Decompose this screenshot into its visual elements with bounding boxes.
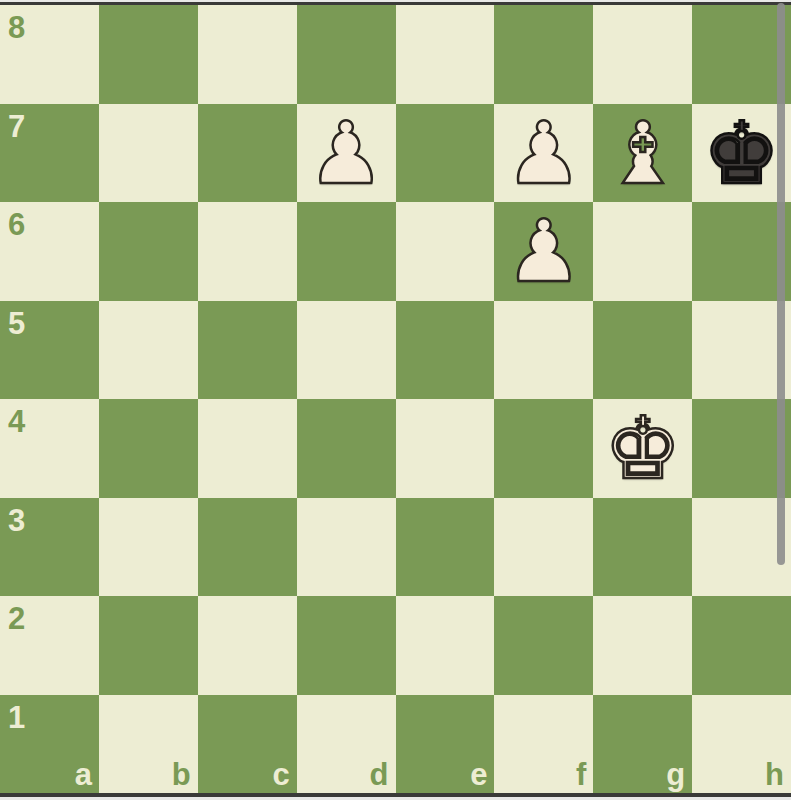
square-g3[interactable] bbox=[593, 498, 692, 597]
piece-white-bishop-g7[interactable]: ♝ bbox=[593, 104, 692, 203]
file-label-c: c bbox=[272, 759, 289, 790]
file-label-f: f bbox=[576, 759, 586, 790]
square-a3[interactable]: 3 bbox=[0, 498, 99, 597]
square-f3[interactable] bbox=[494, 498, 593, 597]
square-a2[interactable]: 2 bbox=[0, 596, 99, 695]
piece-white-pawn-f7[interactable]: ♟ bbox=[494, 104, 593, 203]
file-label-e: e bbox=[470, 759, 487, 790]
square-a6[interactable]: 6 bbox=[0, 202, 99, 301]
square-b2[interactable] bbox=[99, 596, 198, 695]
square-a4[interactable]: 4 bbox=[0, 399, 99, 498]
square-f2[interactable] bbox=[494, 596, 593, 695]
square-h2[interactable] bbox=[692, 596, 791, 695]
square-d4[interactable] bbox=[297, 399, 396, 498]
square-e5[interactable] bbox=[396, 301, 495, 400]
rank-label-3: 3 bbox=[8, 505, 25, 536]
rank-label-8: 8 bbox=[8, 12, 25, 43]
square-e2[interactable] bbox=[396, 596, 495, 695]
square-g1[interactable]: g bbox=[593, 695, 692, 794]
square-a7[interactable]: 7 bbox=[0, 104, 99, 203]
square-g5[interactable] bbox=[593, 301, 692, 400]
square-b7[interactable] bbox=[99, 104, 198, 203]
square-h1[interactable]: h bbox=[692, 695, 791, 794]
square-g7[interactable]: ♝ bbox=[593, 104, 692, 203]
square-c1[interactable]: c bbox=[198, 695, 297, 794]
square-e8[interactable] bbox=[396, 5, 495, 104]
file-label-h: h bbox=[765, 759, 784, 790]
chess-board: 87♟♟♝♚6♟54♚321abcdefgh bbox=[0, 5, 791, 793]
square-a1[interactable]: 1a bbox=[0, 695, 99, 794]
square-c4[interactable] bbox=[198, 399, 297, 498]
square-b1[interactable]: b bbox=[99, 695, 198, 794]
square-d1[interactable]: d bbox=[297, 695, 396, 794]
rank-label-7: 7 bbox=[8, 111, 25, 142]
scrollbar-thumb[interactable] bbox=[777, 3, 785, 565]
square-g4[interactable]: ♚ bbox=[593, 399, 692, 498]
square-f6[interactable]: ♟ bbox=[494, 202, 593, 301]
square-d7[interactable]: ♟ bbox=[297, 104, 396, 203]
file-label-d: d bbox=[370, 759, 389, 790]
piece-white-pawn-d7[interactable]: ♟ bbox=[297, 104, 396, 203]
square-d3[interactable] bbox=[297, 498, 396, 597]
square-e7[interactable] bbox=[396, 104, 495, 203]
square-b8[interactable] bbox=[99, 5, 198, 104]
rank-label-4: 4 bbox=[8, 406, 25, 437]
square-c2[interactable] bbox=[198, 596, 297, 695]
square-f1[interactable]: f bbox=[494, 695, 593, 794]
square-e4[interactable] bbox=[396, 399, 495, 498]
square-f8[interactable] bbox=[494, 5, 593, 104]
square-a8[interactable]: 8 bbox=[0, 5, 99, 104]
file-label-g: g bbox=[666, 759, 685, 790]
square-g8[interactable] bbox=[593, 5, 692, 104]
square-g6[interactable] bbox=[593, 202, 692, 301]
square-d2[interactable] bbox=[297, 596, 396, 695]
square-c5[interactable] bbox=[198, 301, 297, 400]
file-label-a: a bbox=[75, 759, 92, 790]
square-b3[interactable] bbox=[99, 498, 198, 597]
square-e3[interactable] bbox=[396, 498, 495, 597]
rank-label-5: 5 bbox=[8, 308, 25, 339]
square-b6[interactable] bbox=[99, 202, 198, 301]
rank-label-1: 1 bbox=[8, 702, 25, 733]
square-e6[interactable] bbox=[396, 202, 495, 301]
square-d6[interactable] bbox=[297, 202, 396, 301]
square-f5[interactable] bbox=[494, 301, 593, 400]
rank-label-2: 2 bbox=[8, 603, 25, 634]
file-label-b: b bbox=[172, 759, 191, 790]
rank-label-6: 6 bbox=[8, 209, 25, 240]
square-e1[interactable]: e bbox=[396, 695, 495, 794]
square-c6[interactable] bbox=[198, 202, 297, 301]
square-b4[interactable] bbox=[99, 399, 198, 498]
square-a5[interactable]: 5 bbox=[0, 301, 99, 400]
piece-white-king-g4[interactable]: ♚ bbox=[593, 399, 692, 498]
piece-white-pawn-f6[interactable]: ♟ bbox=[494, 202, 593, 301]
square-d5[interactable] bbox=[297, 301, 396, 400]
square-f4[interactable] bbox=[494, 399, 593, 498]
square-b5[interactable] bbox=[99, 301, 198, 400]
square-g2[interactable] bbox=[593, 596, 692, 695]
chess-board-page: 87♟♟♝♚6♟54♚321abcdefgh bbox=[0, 0, 791, 800]
square-d8[interactable] bbox=[297, 5, 396, 104]
square-f7[interactable]: ♟ bbox=[494, 104, 593, 203]
board-bottom-border bbox=[0, 793, 791, 797]
square-c3[interactable] bbox=[198, 498, 297, 597]
square-c8[interactable] bbox=[198, 5, 297, 104]
square-c7[interactable] bbox=[198, 104, 297, 203]
